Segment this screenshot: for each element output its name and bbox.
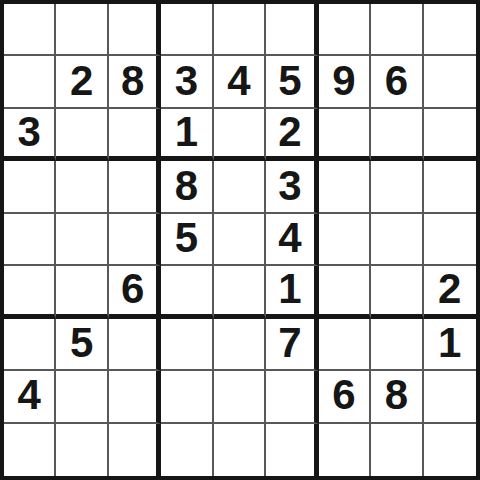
cell-r9c8[interactable] — [371, 424, 423, 476]
cell-r4c3[interactable] — [109, 161, 161, 213]
cell-r2c7[interactable]: 9 — [319, 56, 371, 108]
cell-digit: 4 — [227, 60, 250, 102]
cell-r4c7[interactable] — [319, 161, 371, 213]
cell-r4c9[interactable] — [424, 161, 476, 213]
cell-r1c3[interactable] — [109, 4, 161, 56]
cell-r8c2[interactable] — [56, 371, 108, 423]
cell-r9c4[interactable] — [161, 424, 213, 476]
cell-r8c7[interactable]: 6 — [319, 371, 371, 423]
cell-r2c6[interactable]: 5 — [266, 56, 318, 108]
cell-digit: 1 — [175, 111, 198, 153]
cell-digit: 6 — [332, 374, 355, 416]
cell-r1c8[interactable] — [371, 4, 423, 56]
cell-r1c9[interactable] — [424, 4, 476, 56]
cell-r9c2[interactable] — [56, 424, 108, 476]
cell-digit: 7 — [278, 322, 301, 364]
cell-r8c3[interactable] — [109, 371, 161, 423]
cell-digit: 1 — [278, 268, 301, 310]
cell-digit: 6 — [121, 268, 144, 310]
cell-digit: 2 — [438, 268, 461, 310]
cell-r3c6[interactable]: 2 — [266, 109, 318, 161]
cell-r6c7[interactable] — [319, 266, 371, 318]
cell-r2c8[interactable]: 6 — [371, 56, 423, 108]
cell-r3c5[interactable] — [214, 109, 266, 161]
cell-digit: 1 — [438, 322, 461, 364]
cell-r6c5[interactable] — [214, 266, 266, 318]
cell-r2c1[interactable] — [4, 56, 56, 108]
cell-r1c2[interactable] — [56, 4, 108, 56]
cell-r8c9[interactable] — [424, 371, 476, 423]
cell-r8c6[interactable] — [266, 371, 318, 423]
cell-r4c6[interactable]: 3 — [266, 161, 318, 213]
cell-r3c3[interactable] — [109, 109, 161, 161]
cell-r6c8[interactable] — [371, 266, 423, 318]
cell-r5c3[interactable] — [109, 214, 161, 266]
cell-r8c5[interactable] — [214, 371, 266, 423]
cell-r1c5[interactable] — [214, 4, 266, 56]
cell-r6c2[interactable] — [56, 266, 108, 318]
cell-digit: 3 — [175, 60, 198, 102]
cell-digit: 5 — [278, 60, 301, 102]
cell-r4c4[interactable]: 8 — [161, 161, 213, 213]
cell-r5c4[interactable]: 5 — [161, 214, 213, 266]
cell-r1c7[interactable] — [319, 4, 371, 56]
cell-r6c9[interactable]: 2 — [424, 266, 476, 318]
cell-r6c4[interactable] — [161, 266, 213, 318]
cell-r7c7[interactable] — [319, 319, 371, 371]
cell-r9c7[interactable] — [319, 424, 371, 476]
cell-r5c9[interactable] — [424, 214, 476, 266]
cell-r7c9[interactable]: 1 — [424, 319, 476, 371]
cell-r2c5[interactable]: 4 — [214, 56, 266, 108]
cell-r5c8[interactable] — [371, 214, 423, 266]
cell-r8c4[interactable] — [161, 371, 213, 423]
cell-r3c8[interactable] — [371, 109, 423, 161]
sudoku-page: 28345963128354612571468 — [0, 0, 480, 480]
cell-r2c4[interactable]: 3 — [161, 56, 213, 108]
cell-r6c6[interactable]: 1 — [266, 266, 318, 318]
sudoku-board: 28345963128354612571468 — [0, 0, 480, 480]
cell-r7c4[interactable] — [161, 319, 213, 371]
cell-r4c1[interactable] — [4, 161, 56, 213]
cell-r8c1[interactable]: 4 — [4, 371, 56, 423]
cell-r3c4[interactable]: 1 — [161, 109, 213, 161]
cell-r4c2[interactable] — [56, 161, 108, 213]
cell-digit: 8 — [121, 60, 144, 102]
cell-digit: 3 — [18, 111, 41, 153]
cell-r4c8[interactable] — [371, 161, 423, 213]
cell-digit: 4 — [18, 374, 41, 416]
cell-r9c9[interactable] — [424, 424, 476, 476]
cell-digit: 5 — [70, 322, 93, 364]
cell-r2c9[interactable] — [424, 56, 476, 108]
cell-digit: 4 — [278, 217, 301, 259]
cell-digit: 3 — [278, 165, 301, 207]
cell-r3c2[interactable] — [56, 109, 108, 161]
cell-r2c3[interactable]: 8 — [109, 56, 161, 108]
cell-digit: 8 — [385, 374, 408, 416]
cell-r7c5[interactable] — [214, 319, 266, 371]
cell-r6c1[interactable] — [4, 266, 56, 318]
cell-digit: 9 — [332, 60, 355, 102]
cell-r5c6[interactable]: 4 — [266, 214, 318, 266]
cell-r1c6[interactable] — [266, 4, 318, 56]
cell-r6c3[interactable]: 6 — [109, 266, 161, 318]
cell-r9c5[interactable] — [214, 424, 266, 476]
cell-r1c1[interactable] — [4, 4, 56, 56]
cell-r3c7[interactable] — [319, 109, 371, 161]
cell-digit: 2 — [70, 60, 93, 102]
cell-r9c1[interactable] — [4, 424, 56, 476]
cell-r5c5[interactable] — [214, 214, 266, 266]
cell-r7c8[interactable] — [371, 319, 423, 371]
cell-r3c1[interactable]: 3 — [4, 109, 56, 161]
cell-r7c6[interactable]: 7 — [266, 319, 318, 371]
cell-r5c7[interactable] — [319, 214, 371, 266]
cell-digit: 6 — [385, 60, 408, 102]
cell-r2c2[interactable]: 2 — [56, 56, 108, 108]
cell-r8c8[interactable]: 8 — [371, 371, 423, 423]
cell-r1c4[interactable] — [161, 4, 213, 56]
cell-r7c2[interactable]: 5 — [56, 319, 108, 371]
cell-r7c1[interactable] — [4, 319, 56, 371]
cell-r7c3[interactable] — [109, 319, 161, 371]
cell-digit: 8 — [175, 165, 198, 207]
cell-r9c3[interactable] — [109, 424, 161, 476]
cell-r3c9[interactable] — [424, 109, 476, 161]
cell-digit: 2 — [278, 111, 301, 153]
cell-r5c1[interactable] — [4, 214, 56, 266]
cell-r5c2[interactable] — [56, 214, 108, 266]
cell-digit: 5 — [175, 217, 198, 259]
cell-r4c5[interactable] — [214, 161, 266, 213]
cell-r9c6[interactable] — [266, 424, 318, 476]
